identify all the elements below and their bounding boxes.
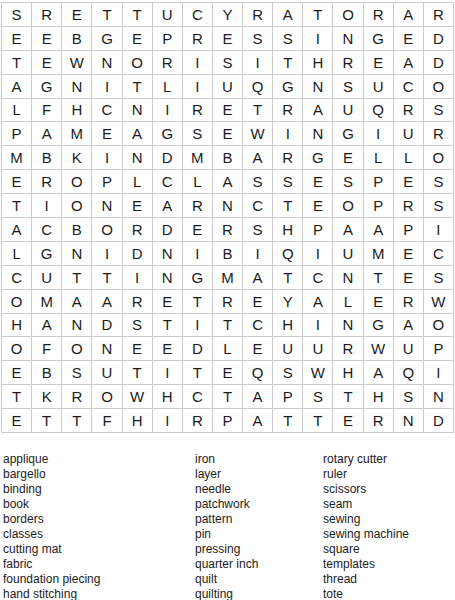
grid-cell[interactable]: S [273, 27, 303, 51]
grid-cell[interactable]: R [364, 409, 394, 433]
grid-cell[interactable]: A [213, 170, 243, 194]
grid-cell[interactable]: A [123, 122, 153, 146]
grid-cell[interactable]: B [213, 146, 243, 170]
grid-cell[interactable]: O [92, 385, 122, 409]
grid-cell[interactable]: E [303, 170, 333, 194]
grid-cell[interactable]: D [424, 409, 454, 433]
grid-cell[interactable]: T [213, 314, 243, 338]
grid-cell[interactable]: S [424, 170, 454, 194]
grid-cell[interactable]: L [2, 242, 32, 266]
grid-cell[interactable]: C [303, 266, 333, 290]
grid-cell[interactable]: E [364, 290, 394, 314]
grid-cell[interactable]: R [183, 27, 213, 51]
grid-cell[interactable]: N [92, 51, 122, 75]
grid-cell[interactable]: O [92, 218, 122, 242]
grid-cell[interactable]: O [62, 337, 92, 361]
grid-cell[interactable]: P [2, 122, 32, 146]
grid-cell[interactable]: L [153, 75, 183, 99]
grid-cell[interactable]: E [394, 266, 424, 290]
grid-cell[interactable]: A [32, 122, 62, 146]
grid-cell[interactable]: Y [213, 3, 243, 27]
word-list-item: scissors [323, 482, 409, 497]
grid-cell[interactable]: C [153, 170, 183, 194]
grid-cell[interactable]: E [32, 27, 62, 51]
grid-cell[interactable]: I [303, 314, 333, 338]
grid-cell[interactable]: R [364, 3, 394, 27]
grid-cell[interactable]: N [153, 266, 183, 290]
grid-cell[interactable]: R [273, 99, 303, 123]
word-list-item: book [3, 497, 100, 512]
grid-cell[interactable]: O [2, 290, 32, 314]
grid-cell[interactable]: I [183, 242, 213, 266]
word-list-column-1: appliquebargellobindingbookbordersclasse… [3, 452, 100, 600]
grid-cell[interactable]: T [2, 194, 32, 218]
grid-cell[interactable]: A [92, 290, 122, 314]
grid-cell[interactable]: T [273, 266, 303, 290]
grid-cell[interactable]: T [153, 314, 183, 338]
grid-cell[interactable]: A [243, 146, 273, 170]
grid-cell[interactable]: A [243, 385, 273, 409]
grid-cell[interactable]: I [32, 194, 62, 218]
grid-cell[interactable]: E [394, 170, 424, 194]
word-list-item: fabric [3, 557, 100, 572]
grid-cell[interactable]: P [424, 337, 454, 361]
grid-cell[interactable]: M [32, 290, 62, 314]
grid-cell[interactable]: B [62, 218, 92, 242]
grid-cell[interactable]: P [92, 170, 122, 194]
grid-cell[interactable]: E [2, 27, 32, 51]
word-list-item: sewing [323, 512, 409, 527]
grid-cell[interactable]: E [2, 361, 32, 385]
grid-cell[interactable]: N [62, 75, 92, 99]
word-list-item: foundation piecing [3, 572, 100, 587]
grid-cell[interactable]: S [2, 3, 32, 27]
grid-cell[interactable]: R [123, 290, 153, 314]
grid-cell[interactable]: G [32, 75, 62, 99]
grid-cell[interactable]: O [333, 194, 363, 218]
grid-cell[interactable]: A [273, 3, 303, 27]
grid-cell[interactable]: T [62, 409, 92, 433]
grid-cell[interactable]: H [303, 51, 333, 75]
grid-cell[interactable]: G [183, 266, 213, 290]
grid-cell[interactable]: U [333, 242, 363, 266]
grid-cell[interactable]: A [303, 290, 333, 314]
grid-cell[interactable]: H [153, 385, 183, 409]
grid-cell[interactable]: E [62, 3, 92, 27]
word-list-column-2: ironlayerneedlepatchworkpatternpinpressi… [195, 452, 258, 600]
grid-cell[interactable]: E [213, 122, 243, 146]
grid-cell[interactable]: M [213, 266, 243, 290]
grid-cell[interactable]: C [183, 385, 213, 409]
grid-cell[interactable]: N [303, 122, 333, 146]
grid-cell[interactable]: E [243, 337, 273, 361]
grid-cell[interactable]: I [183, 51, 213, 75]
grid-cell[interactable]: N [303, 75, 333, 99]
grid-cell[interactable]: P [394, 218, 424, 242]
grid-cell[interactable]: I [92, 242, 122, 266]
word-list-column-3: rotary cutterrulerscissorsseamsewingsewi… [323, 452, 409, 600]
grid-cell[interactable]: E [333, 146, 363, 170]
grid-cell[interactable]: E [92, 122, 122, 146]
grid-cell[interactable]: Q [243, 75, 273, 99]
grid-cell[interactable]: R [333, 51, 363, 75]
grid-cell[interactable]: S [394, 385, 424, 409]
grid-cell[interactable]: I [153, 361, 183, 385]
grid-cell[interactable]: U [32, 266, 62, 290]
grid-cell[interactable]: R [183, 99, 213, 123]
word-list-item: applique [3, 452, 100, 467]
grid-cell[interactable]: S [333, 170, 363, 194]
grid-cell[interactable]: C [32, 218, 62, 242]
grid-cell[interactable]: E [2, 170, 32, 194]
word-list-item: square [323, 542, 409, 557]
grid-cell[interactable]: Q [394, 361, 424, 385]
grid-cell[interactable]: Q [273, 242, 303, 266]
grid-cell[interactable]: T [273, 194, 303, 218]
word-list-item: needle [195, 482, 258, 497]
grid-cell[interactable]: I [92, 146, 122, 170]
word-list: appliquebargellobindingbookbordersclasse… [0, 452, 455, 600]
grid-cell[interactable]: L [364, 146, 394, 170]
grid-cell[interactable]: U [394, 337, 424, 361]
grid-cell[interactable]: R [333, 337, 363, 361]
grid-cell[interactable]: E [153, 337, 183, 361]
grid-cell[interactable]: O [62, 170, 92, 194]
grid-cell[interactable]: U [213, 75, 243, 99]
grid-cell[interactable]: D [123, 242, 153, 266]
word-list-item: cutting mat [3, 542, 100, 557]
grid-cell[interactable]: R [394, 194, 424, 218]
grid-cell[interactable]: D [424, 27, 454, 51]
grid-cell[interactable]: T [183, 361, 213, 385]
grid-cell[interactable]: E [123, 194, 153, 218]
word-list-item: binding [3, 482, 100, 497]
grid-cell[interactable]: P [153, 27, 183, 51]
grid-cell[interactable]: T [364, 266, 394, 290]
grid-cell[interactable]: Y [273, 290, 303, 314]
grid-cell[interactable]: C [243, 194, 273, 218]
grid-cell[interactable]: N [213, 194, 243, 218]
grid-cell[interactable]: S [303, 385, 333, 409]
grid-cell[interactable]: T [123, 75, 153, 99]
grid-cell[interactable]: U [394, 122, 424, 146]
grid-cell[interactable]: B [213, 242, 243, 266]
grid-cell[interactable]: A [243, 266, 273, 290]
grid-cell[interactable]: A [394, 3, 424, 27]
grid-cell[interactable]: U [153, 3, 183, 27]
grid-cell[interactable]: L [183, 170, 213, 194]
grid-cell[interactable]: N [394, 409, 424, 433]
grid-cell[interactable]: I [243, 51, 273, 75]
grid-cell[interactable]: W [62, 51, 92, 75]
grid-cell[interactable]: T [92, 266, 122, 290]
word-list-item: quarter inch [195, 557, 258, 572]
grid-cell[interactable]: I [303, 27, 333, 51]
grid-cell[interactable]: T [2, 51, 32, 75]
grid-cell[interactable]: B [62, 27, 92, 51]
word-list-item: bargello [3, 467, 100, 482]
grid-cell[interactable]: A [243, 409, 273, 433]
grid-cell[interactable]: H [364, 385, 394, 409]
grid-cell[interactable]: N [333, 266, 363, 290]
grid-cell[interactable]: H [123, 409, 153, 433]
grid-cell[interactable]: P [364, 194, 394, 218]
grid-cell[interactable]: E [123, 27, 153, 51]
grid-cell[interactable]: A [364, 361, 394, 385]
grid-cell[interactable]: L [2, 99, 32, 123]
word-search-grid: SRETTUCYRATORAREEBGEPRESSINGEDTEWNORISIT… [1, 2, 454, 433]
grid-cell[interactable]: I [424, 218, 454, 242]
grid-cell[interactable]: H [273, 314, 303, 338]
grid-cell[interactable]: R [32, 3, 62, 27]
grid-cell[interactable]: M [183, 146, 213, 170]
grid-cell[interactable]: U [92, 361, 122, 385]
grid-cell[interactable]: S [424, 194, 454, 218]
grid-cell[interactable]: C [183, 3, 213, 27]
word-list-item: ruler [323, 467, 409, 482]
grid-cell[interactable]: E [303, 194, 333, 218]
word-list-item: pin [195, 527, 258, 542]
grid-cell[interactable]: F [32, 337, 62, 361]
grid-cell[interactable]: A [32, 314, 62, 338]
grid-cell[interactable]: U [273, 337, 303, 361]
grid-cell[interactable]: W [364, 337, 394, 361]
grid-cell[interactable]: K [32, 385, 62, 409]
grid-cell[interactable]: E [333, 409, 363, 433]
grid-cell[interactable]: G [92, 27, 122, 51]
word-list-item: pattern [195, 512, 258, 527]
grid-cell[interactable]: U [364, 75, 394, 99]
grid-cell[interactable]: F [32, 99, 62, 123]
grid-cell[interactable]: E [394, 27, 424, 51]
word-list-item: templates [323, 557, 409, 572]
grid-cell[interactable]: C [394, 75, 424, 99]
grid-cell[interactable]: H [273, 218, 303, 242]
word-list-item: pressing [195, 542, 258, 557]
grid-cell[interactable]: T [273, 409, 303, 433]
grid-cell[interactable]: O [62, 194, 92, 218]
grid-cell[interactable]: D [153, 218, 183, 242]
grid-cell[interactable]: R [183, 409, 213, 433]
grid-cell[interactable]: I [424, 361, 454, 385]
grid-cell[interactable]: K [62, 146, 92, 170]
grid-cell[interactable]: N [62, 314, 92, 338]
grid-cell[interactable]: R [213, 218, 243, 242]
grid-cell[interactable]: I [243, 242, 273, 266]
grid-cell[interactable]: I [303, 242, 333, 266]
grid-cell[interactable]: G [364, 27, 394, 51]
grid-cell[interactable]: I [123, 266, 153, 290]
word-list-item: sewing machine [323, 527, 409, 542]
grid-cell[interactable]: N [123, 99, 153, 123]
grid-cell[interactable]: A [62, 290, 92, 314]
grid-cell[interactable]: S [273, 361, 303, 385]
grid-cell[interactable]: R [123, 218, 153, 242]
grid-cell[interactable]: E [213, 361, 243, 385]
grid-cell[interactable]: N [153, 242, 183, 266]
grid-cell[interactable]: T [183, 290, 213, 314]
grid-cell[interactable]: A [153, 194, 183, 218]
grid-cell[interactable]: U [303, 337, 333, 361]
grid-cell[interactable]: R [394, 99, 424, 123]
grid-cell[interactable]: O [424, 75, 454, 99]
grid-cell[interactable]: T [243, 99, 273, 123]
grid-cell[interactable]: S [273, 170, 303, 194]
grid-cell[interactable]: P [303, 218, 333, 242]
grid-cell[interactable]: T [62, 266, 92, 290]
grid-cell[interactable]: T [2, 385, 32, 409]
grid-cell[interactable]: R [243, 3, 273, 27]
grid-cell[interactable]: E [183, 218, 213, 242]
grid-cell[interactable]: E [213, 99, 243, 123]
grid-cell[interactable]: N [92, 194, 122, 218]
grid-cell[interactable]: N [333, 27, 363, 51]
grid-cell[interactable]: H [333, 361, 363, 385]
grid-cell[interactable]: T [213, 385, 243, 409]
grid-cell[interactable]: W [424, 290, 454, 314]
grid-cell[interactable]: G [273, 75, 303, 99]
grid-cell[interactable]: T [333, 385, 363, 409]
grid-cell[interactable]: R [394, 290, 424, 314]
grid-cell[interactable]: E [394, 242, 424, 266]
grid-cell[interactable]: C [2, 266, 32, 290]
grid-cell[interactable]: W [303, 361, 333, 385]
word-list-item: tote [323, 587, 409, 600]
grid-cell[interactable]: S [243, 218, 273, 242]
grid-cell[interactable]: P [273, 385, 303, 409]
grid-cell[interactable]: T [123, 3, 153, 27]
grid-cell[interactable]: M [2, 146, 32, 170]
grid-cell[interactable]: G [364, 314, 394, 338]
grid-cell[interactable]: H [2, 314, 32, 338]
grid-cell[interactable]: G [153, 122, 183, 146]
grid-cell[interactable]: N [92, 337, 122, 361]
grid-cell[interactable]: R [62, 385, 92, 409]
grid-cell[interactable]: A [394, 51, 424, 75]
grid-cell[interactable]: S [213, 51, 243, 75]
grid-cell[interactable]: S [62, 361, 92, 385]
grid-cell[interactable]: H [62, 99, 92, 123]
grid-cell[interactable]: O [424, 314, 454, 338]
grid-cell[interactable]: S [424, 266, 454, 290]
grid-cell[interactable]: S [333, 75, 363, 99]
grid-cell[interactable]: F [92, 409, 122, 433]
grid-cell[interactable]: N [424, 385, 454, 409]
word-list-item: thread [323, 572, 409, 587]
grid-cell[interactable]: M [364, 242, 394, 266]
grid-cell[interactable]: N [62, 242, 92, 266]
grid-cell[interactable]: L [333, 290, 363, 314]
grid-cell[interactable]: I [183, 314, 213, 338]
grid-cell[interactable]: O [2, 337, 32, 361]
grid-cell[interactable]: T [273, 51, 303, 75]
grid-cell[interactable]: A [333, 218, 363, 242]
grid-cell[interactable]: R [183, 194, 213, 218]
grid-cell[interactable]: A [394, 314, 424, 338]
grid-cell[interactable]: S [243, 27, 273, 51]
grid-cell[interactable]: O [123, 51, 153, 75]
grid-cell[interactable]: T [303, 3, 333, 27]
grid-cell[interactable]: C [92, 99, 122, 123]
grid-cell[interactable]: P [364, 170, 394, 194]
word-list-item: patchwork [195, 497, 258, 512]
grid-cell[interactable]: L [394, 146, 424, 170]
grid-cell[interactable]: W [243, 122, 273, 146]
grid-cell[interactable]: N [123, 146, 153, 170]
grid-cell[interactable]: T [123, 361, 153, 385]
grid-cell[interactable]: B [32, 361, 62, 385]
grid-cell[interactable]: S [424, 99, 454, 123]
grid-cell[interactable]: O [333, 3, 363, 27]
grid-cell[interactable]: R [32, 170, 62, 194]
grid-cell[interactable]: R [153, 51, 183, 75]
grid-cell[interactable]: I [364, 122, 394, 146]
grid-cell[interactable]: T [32, 409, 62, 433]
grid-cell[interactable]: G [333, 122, 363, 146]
grid-cell[interactable]: I [153, 99, 183, 123]
grid-cell[interactable]: C [243, 314, 273, 338]
grid-cell[interactable]: B [32, 146, 62, 170]
grid-cell[interactable]: U [333, 99, 363, 123]
grid-cell[interactable]: C [424, 242, 454, 266]
grid-cell[interactable]: I [92, 75, 122, 99]
grid-cell[interactable]: S [183, 122, 213, 146]
grid-cell[interactable]: L [213, 337, 243, 361]
grid-cell[interactable]: A [2, 218, 32, 242]
grid-cell[interactable]: L [123, 170, 153, 194]
grid-cell[interactable]: G [32, 242, 62, 266]
grid-cell[interactable]: N [333, 314, 363, 338]
grid-cell[interactable]: R [273, 146, 303, 170]
word-list-item: rotary cutter [323, 452, 409, 467]
grid-cell[interactable]: M [62, 122, 92, 146]
grid-cell[interactable]: T [303, 409, 333, 433]
grid-cell[interactable]: D [424, 51, 454, 75]
grid-cell[interactable]: E [32, 51, 62, 75]
grid-cell[interactable]: E [2, 409, 32, 433]
grid-cell[interactable]: S [123, 314, 153, 338]
grid-cell[interactable]: E [153, 290, 183, 314]
grid-cell[interactable]: D [92, 314, 122, 338]
grid-cell[interactable]: R [213, 290, 243, 314]
grid-cell[interactable]: A [2, 75, 32, 99]
word-list-item: quilt [195, 572, 258, 587]
word-list-item: quilting [195, 587, 258, 600]
grid-cell[interactable]: G [303, 146, 333, 170]
grid-cell[interactable]: A [303, 99, 333, 123]
grid-cell[interactable]: R [424, 3, 454, 27]
grid-cell[interactable]: O [424, 146, 454, 170]
grid-cell[interactable]: I [273, 122, 303, 146]
grid-cell[interactable]: E [364, 51, 394, 75]
grid-cell[interactable]: Q [243, 361, 273, 385]
grid-cell[interactable]: I [153, 409, 183, 433]
grid-cell[interactable]: S [243, 170, 273, 194]
grid-cell[interactable]: E [243, 290, 273, 314]
grid-cell[interactable]: P [213, 409, 243, 433]
grid-cell[interactable]: R [424, 122, 454, 146]
grid-cell[interactable]: D [183, 337, 213, 361]
grid-cell[interactable]: E [123, 337, 153, 361]
word-list-item: layer [195, 467, 258, 482]
grid-cell[interactable]: Q [364, 99, 394, 123]
grid-cell[interactable]: A [364, 218, 394, 242]
grid-cell[interactable]: D [153, 146, 183, 170]
grid-cell[interactable]: T [92, 3, 122, 27]
grid-cell[interactable]: I [183, 75, 213, 99]
grid-cell[interactable]: W [123, 385, 153, 409]
grid-cell[interactable]: E [213, 27, 243, 51]
